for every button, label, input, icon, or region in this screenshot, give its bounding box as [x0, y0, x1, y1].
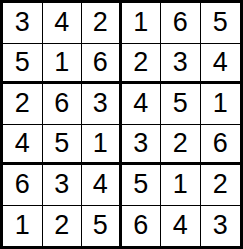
cell-r2c3[interactable]: 6 — [82, 44, 122, 85]
cell-r5c5[interactable]: 1 — [161, 165, 201, 206]
cell-r1c2[interactable]: 4 — [43, 3, 83, 44]
cell-r4c4[interactable]: 3 — [122, 125, 162, 166]
cell-r5c2[interactable]: 3 — [43, 165, 83, 206]
cell-r4c1[interactable]: 4 — [3, 125, 43, 166]
cell-r2c2[interactable]: 1 — [43, 44, 83, 85]
cell-r1c1[interactable]: 3 — [3, 3, 43, 44]
cell-r6c6[interactable]: 3 — [201, 206, 241, 247]
cell-r6c5[interactable]: 4 — [161, 206, 201, 247]
cell-r3c2[interactable]: 6 — [43, 84, 83, 125]
cell-r3c5[interactable]: 5 — [161, 84, 201, 125]
cell-r2c4[interactable]: 2 — [122, 44, 162, 85]
cell-r2c6[interactable]: 4 — [201, 44, 241, 85]
cell-r3c4[interactable]: 4 — [122, 84, 162, 125]
cell-r5c3[interactable]: 4 — [82, 165, 122, 206]
cell-r1c5[interactable]: 6 — [161, 3, 201, 44]
cell-r6c1[interactable]: 1 — [3, 206, 43, 247]
sudoku-page: 342165516234263451451326634512125643 — [0, 0, 243, 249]
cell-r6c4[interactable]: 6 — [122, 206, 162, 247]
cell-r3c6[interactable]: 1 — [201, 84, 241, 125]
cell-r4c2[interactable]: 5 — [43, 125, 83, 166]
cell-r3c3[interactable]: 3 — [82, 84, 122, 125]
cell-r6c2[interactable]: 2 — [43, 206, 83, 247]
cell-r5c1[interactable]: 6 — [3, 165, 43, 206]
cell-r5c4[interactable]: 5 — [122, 165, 162, 206]
cell-r1c4[interactable]: 1 — [122, 3, 162, 44]
cell-r3c1[interactable]: 2 — [3, 84, 43, 125]
cell-r4c6[interactable]: 6 — [201, 125, 241, 166]
cell-r1c3[interactable]: 2 — [82, 3, 122, 44]
cell-r2c5[interactable]: 3 — [161, 44, 201, 85]
cell-r6c3[interactable]: 5 — [82, 206, 122, 247]
cell-r4c3[interactable]: 1 — [82, 125, 122, 166]
cell-r5c6[interactable]: 2 — [201, 165, 241, 206]
cell-r1c6[interactable]: 5 — [201, 3, 241, 44]
cell-r2c1[interactable]: 5 — [3, 44, 43, 85]
cell-r4c5[interactable]: 2 — [161, 125, 201, 166]
sudoku-board: 342165516234263451451326634512125643 — [0, 0, 243, 249]
